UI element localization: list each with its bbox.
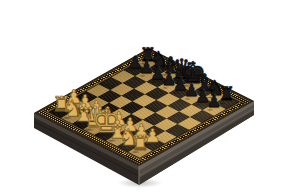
piece-black-pawn[interactable]: ♟ (207, 94, 222, 111)
piece-white-rook[interactable]: ♜ (131, 133, 149, 154)
photo-scene: ♜♞♟♝♟♛♟♚♟♝♟♞♟♜♟♟♟♟♜♟♞♟♝♟♛♟♚♟♝♟♞♜ (0, 0, 290, 194)
